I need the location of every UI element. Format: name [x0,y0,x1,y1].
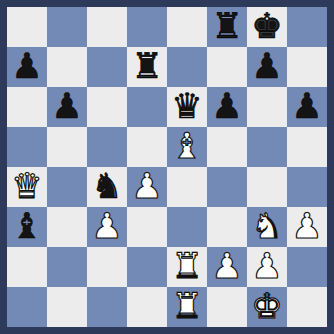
square-d3[interactable] [127,207,167,247]
square-d2[interactable] [127,247,167,287]
black-pawn[interactable]: ♟ [11,46,42,86]
square-g6[interactable] [247,87,287,127]
square-f3[interactable] [207,207,247,247]
square-a5[interactable] [7,127,47,167]
square-f5[interactable] [207,127,247,167]
square-d4[interactable]: ♟ [127,167,167,207]
square-b7[interactable] [47,47,87,87]
square-a7[interactable]: ♟ [7,47,47,87]
square-g8[interactable]: ♚ [247,7,287,47]
square-d8[interactable] [127,7,167,47]
black-rook[interactable]: ♜ [211,6,242,46]
square-d6[interactable] [127,87,167,127]
square-g3[interactable]: ♞ [247,207,287,247]
square-b2[interactable] [47,247,87,287]
square-e8[interactable] [167,7,207,47]
square-b1[interactable] [47,287,87,327]
square-c3[interactable]: ♟ [87,207,127,247]
white-pawn[interactable]: ♟ [291,206,322,246]
square-g1[interactable]: ♚ [247,287,287,327]
square-h4[interactable] [287,167,327,207]
square-h5[interactable] [287,127,327,167]
white-knight[interactable]: ♞ [251,206,282,246]
square-c6[interactable] [87,87,127,127]
square-f7[interactable] [207,47,247,87]
square-h2[interactable] [287,247,327,287]
square-e1[interactable]: ♜ [167,287,207,327]
square-h8[interactable] [287,7,327,47]
square-b3[interactable] [47,207,87,247]
square-h1[interactable] [287,287,327,327]
square-f1[interactable] [207,287,247,327]
square-f2[interactable]: ♟ [207,247,247,287]
white-pawn[interactable]: ♟ [211,246,242,286]
black-pawn[interactable]: ♟ [251,46,282,86]
square-e7[interactable] [167,47,207,87]
square-b6[interactable]: ♟ [47,87,87,127]
square-c4[interactable]: ♞ [87,167,127,207]
white-pawn[interactable]: ♟ [131,166,162,206]
white-rook[interactable]: ♜ [171,246,202,286]
white-rook[interactable]: ♜ [171,286,202,326]
black-queen[interactable]: ♛ [171,86,202,126]
black-knight[interactable]: ♞ [91,166,122,206]
square-d1[interactable] [127,287,167,327]
chessboard[interactable]: ♜♚♟♜♟♟♛♟♟♝♛♞♟♝♟♞♟♜♟♟♜♚ [7,7,327,327]
square-e6[interactable]: ♛ [167,87,207,127]
square-c7[interactable] [87,47,127,87]
square-c5[interactable] [87,127,127,167]
square-a3[interactable]: ♝ [7,207,47,247]
square-g7[interactable]: ♟ [247,47,287,87]
square-b4[interactable] [47,167,87,207]
white-bishop[interactable]: ♝ [171,126,202,166]
black-rook[interactable]: ♜ [131,46,162,86]
square-b8[interactable] [47,7,87,47]
black-pawn[interactable]: ♟ [291,86,322,126]
white-pawn[interactable]: ♟ [91,206,122,246]
square-a2[interactable] [7,247,47,287]
square-b5[interactable] [47,127,87,167]
square-e4[interactable] [167,167,207,207]
square-c2[interactable] [87,247,127,287]
white-queen[interactable]: ♛ [11,166,42,206]
square-f6[interactable]: ♟ [207,87,247,127]
square-f8[interactable]: ♜ [207,7,247,47]
square-f4[interactable] [207,167,247,207]
square-c1[interactable] [87,287,127,327]
square-d5[interactable] [127,127,167,167]
square-a1[interactable] [7,287,47,327]
square-g2[interactable]: ♟ [247,247,287,287]
square-h6[interactable]: ♟ [287,87,327,127]
square-e5[interactable]: ♝ [167,127,207,167]
square-a8[interactable] [7,7,47,47]
black-bishop[interactable]: ♝ [11,206,42,246]
square-h7[interactable] [287,47,327,87]
black-king[interactable]: ♚ [251,6,282,46]
square-h3[interactable]: ♟ [287,207,327,247]
square-c8[interactable] [87,7,127,47]
square-g5[interactable] [247,127,287,167]
white-king[interactable]: ♚ [251,286,282,326]
black-pawn[interactable]: ♟ [51,86,82,126]
square-g4[interactable] [247,167,287,207]
square-d7[interactable]: ♜ [127,47,167,87]
square-e2[interactable]: ♜ [167,247,207,287]
white-pawn[interactable]: ♟ [251,246,282,286]
board-frame: ♜♚♟♜♟♟♛♟♟♝♛♞♟♝♟♞♟♜♟♟♜♚ [0,0,334,334]
square-a4[interactable]: ♛ [7,167,47,207]
black-pawn[interactable]: ♟ [211,86,242,126]
square-a6[interactable] [7,87,47,127]
square-e3[interactable] [167,207,207,247]
